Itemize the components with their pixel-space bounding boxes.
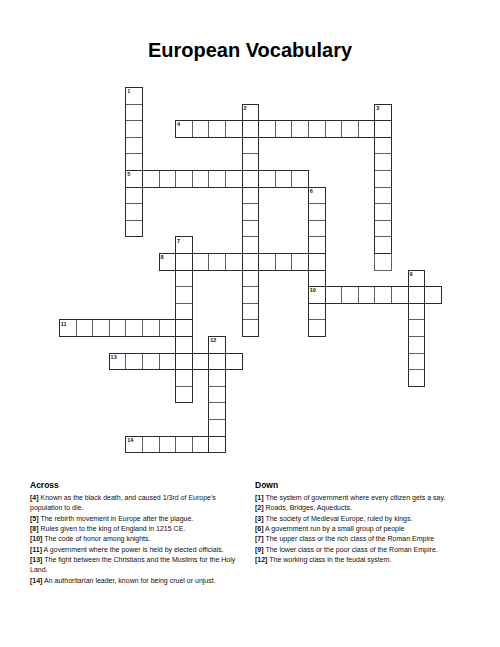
grid-cell-r21c9[interactable]	[208, 436, 226, 454]
down-clues-section: Down [1] The system of government where …	[255, 481, 475, 565]
grid-cell-r16c21[interactable]	[408, 353, 426, 371]
grid-cell-r5c5[interactable]	[142, 170, 160, 188]
grid-cell-r12c16[interactable]	[325, 286, 343, 304]
grid-cell-r12c18[interactable]	[358, 286, 376, 304]
grid-cell-r10c9[interactable]	[208, 253, 226, 271]
grid-cell-r21c8[interactable]	[192, 436, 210, 454]
grid-cell-r4c11[interactable]	[242, 153, 260, 171]
clue-number: [2]	[255, 504, 264, 511]
grid-cell-r10c11[interactable]	[242, 253, 260, 271]
grid-cell-r21c4[interactable]	[125, 436, 143, 454]
grid-cell-r4c19[interactable]	[374, 153, 392, 171]
grid-cell-r14c4[interactable]	[125, 319, 143, 337]
grid-cell-r2c11[interactable]	[242, 120, 260, 138]
clue-number: [4]	[30, 494, 39, 501]
grid-cell-r2c16[interactable]	[325, 120, 343, 138]
grid-cell-r4c4[interactable]	[125, 153, 143, 171]
clue-number: [14]	[30, 577, 42, 584]
grid-cell-r16c5[interactable]	[142, 353, 160, 371]
grid-cell-r16c4[interactable]	[125, 353, 143, 371]
clue-item-4: [4] Known as the black death, and caused…	[30, 493, 250, 514]
grid-cell-r10c12[interactable]	[258, 253, 276, 271]
grid-cell-r7c15[interactable]	[308, 203, 326, 221]
crossword-grid: 4581011131412367912	[59, 87, 442, 453]
grid-cell-r7c19[interactable]	[374, 203, 392, 221]
clue-number: [10]	[30, 535, 42, 542]
clue-number: [7]	[255, 535, 264, 542]
grid-cell-r18c7[interactable]	[175, 386, 193, 404]
grid-cell-r11c11[interactable]	[242, 270, 260, 288]
grid-cell-r10c13[interactable]	[275, 253, 293, 271]
grid-cell-r21c5[interactable]	[142, 436, 160, 454]
grid-cell-r10c6[interactable]	[159, 253, 177, 271]
grid-cell-r2c19[interactable]	[374, 120, 392, 138]
grid-cell-r8c11[interactable]	[242, 220, 260, 238]
grid-cell-r5c6[interactable]	[159, 170, 177, 188]
grid-cell-r15c9[interactable]	[208, 336, 226, 354]
grid-cell-r2c13[interactable]	[275, 120, 293, 138]
grid-cell-r5c8[interactable]	[192, 170, 210, 188]
grid-cell-r7c11[interactable]	[242, 203, 260, 221]
grid-cell-r2c8[interactable]	[192, 120, 210, 138]
grid-cell-r5c10[interactable]	[225, 170, 243, 188]
grid-cell-r16c8[interactable]	[192, 353, 210, 371]
grid-cell-r3c19[interactable]	[374, 137, 392, 155]
grid-cell-r10c15[interactable]	[308, 253, 326, 271]
clue-item-14: [14] An authoritarian leader, known for …	[30, 576, 250, 586]
grid-cell-r14c6[interactable]	[159, 319, 177, 337]
grid-cell-r3c11[interactable]	[242, 137, 260, 155]
grid-cell-r13c7[interactable]	[175, 303, 193, 321]
clue-item-1: [1] The system of government where every…	[255, 493, 475, 503]
grid-cell-r21c6[interactable]	[159, 436, 177, 454]
grid-cell-r10c14[interactable]	[291, 253, 309, 271]
grid-cell-r9c11[interactable]	[242, 236, 260, 254]
clue-item-8: [8] Rules given to the king of England i…	[30, 524, 250, 534]
grid-cell-r16c10[interactable]	[225, 353, 243, 371]
grid-cell-r10c19[interactable]	[374, 253, 392, 271]
clue-number: [11]	[30, 546, 42, 553]
clue-number: [1]	[255, 494, 264, 501]
grid-cell-r14c1[interactable]	[76, 319, 94, 337]
grid-cell-r14c7[interactable]	[175, 319, 193, 337]
clue-number: [9]	[255, 546, 264, 553]
grid-cell-r11c7[interactable]	[175, 270, 193, 288]
grid-cell-r14c15[interactable]	[308, 319, 326, 337]
grid-cell-r2c10[interactable]	[225, 120, 243, 138]
grid-cell-r8c4[interactable]	[125, 220, 143, 238]
clue-number: [12]	[255, 556, 267, 563]
grid-cell-r3c4[interactable]	[125, 137, 143, 155]
grid-cell-r10c7[interactable]	[175, 253, 193, 271]
clue-item-10: [10] The code of honor among knights.	[30, 534, 250, 544]
grid-cell-r12c11[interactable]	[242, 286, 260, 304]
grid-cell-r19c9[interactable]	[208, 402, 226, 420]
clue-number: [8]	[30, 525, 39, 532]
grid-cell-r6c15[interactable]	[308, 187, 326, 205]
grid-cell-r2c18[interactable]	[358, 120, 376, 138]
grid-cell-r5c13[interactable]	[275, 170, 293, 188]
grid-cell-r13c21[interactable]	[408, 303, 426, 321]
grid-cell-r14c5[interactable]	[142, 319, 160, 337]
grid-cell-r17c21[interactable]	[408, 369, 426, 387]
grid-cell-r5c11[interactable]	[242, 170, 260, 188]
grid-cell-r9c19[interactable]	[374, 236, 392, 254]
down-heading: Down	[255, 481, 475, 491]
grid-cell-r12c17[interactable]	[341, 286, 359, 304]
grid-cell-r7c4[interactable]	[125, 203, 143, 221]
grid-cell-r6c19[interactable]	[374, 187, 392, 205]
grid-cell-r20c9[interactable]	[208, 419, 226, 437]
clue-number: [13]	[30, 556, 42, 563]
grid-cell-r5c19[interactable]	[374, 170, 392, 188]
grid-cell-r10c10[interactable]	[225, 253, 243, 271]
grid-cell-r17c7[interactable]	[175, 369, 193, 387]
grid-cell-r2c14[interactable]	[291, 120, 309, 138]
grid-cell-r14c21[interactable]	[408, 319, 426, 337]
grid-cell-r16c6[interactable]	[159, 353, 177, 371]
grid-cell-r13c11[interactable]	[242, 303, 260, 321]
grid-cell-r11c15[interactable]	[308, 270, 326, 288]
clue-number: [6]	[255, 525, 264, 532]
clue-item-2: [2] Roads, Bridges, Aqueducts.	[255, 503, 475, 513]
grid-cell-r8c15[interactable]	[308, 220, 326, 238]
grid-cell-r12c19[interactable]	[374, 286, 392, 304]
grid-cell-r9c7[interactable]	[175, 236, 193, 254]
grid-cell-r13c15[interactable]	[308, 303, 326, 321]
grid-cell-r12c22[interactable]	[424, 286, 442, 304]
clue-item-7: [7] The upper class or the rich class of…	[255, 534, 475, 544]
across-heading: Across	[30, 481, 250, 491]
grid-cell-r5c14[interactable]	[291, 170, 309, 188]
grid-cell-r14c2[interactable]	[92, 319, 110, 337]
clue-item-12: [12] The working class in the feudal sys…	[255, 555, 475, 565]
grid-cell-r1c19[interactable]	[374, 104, 392, 122]
grid-cell-r6c4[interactable]	[125, 187, 143, 205]
grid-cell-r5c7[interactable]	[175, 170, 193, 188]
grid-cell-r16c9[interactable]	[208, 353, 226, 371]
grid-cell-r0c4[interactable]	[125, 87, 143, 105]
grid-cell-r2c12[interactable]	[258, 120, 276, 138]
grid-cell-r2c4[interactable]	[125, 120, 143, 138]
grid-cell-r12c21[interactable]	[408, 286, 426, 304]
puzzle-title: European Vocabulary	[0, 40, 500, 60]
grid-cell-r21c7[interactable]	[175, 436, 193, 454]
grid-cell-r14c0[interactable]	[59, 319, 77, 337]
grid-cell-r16c7[interactable]	[175, 353, 193, 371]
grid-cell-r16c3[interactable]	[109, 353, 127, 371]
clue-item-13: [13] The fight between the Christians an…	[30, 555, 250, 576]
grid-cell-r14c3[interactable]	[109, 319, 127, 337]
crossword-page: European Vocabulary 4581011131412367912 …	[0, 0, 500, 647]
across-clues-section: Across [4] Known as the black death, and…	[30, 481, 250, 586]
grid-cell-r14c11[interactable]	[242, 319, 260, 337]
grid-cell-r15c7[interactable]	[175, 336, 193, 354]
clue-item-9: [9] The lower class or the poor class of…	[255, 545, 475, 555]
grid-cell-r2c7[interactable]	[175, 120, 193, 138]
clue-number: [3]	[255, 515, 264, 522]
grid-cell-r12c7[interactable]	[175, 286, 193, 304]
clue-number: [5]	[30, 515, 39, 522]
across-clue-list: [4] Known as the black death, and caused…	[30, 493, 250, 586]
clue-item-6: [6] A government run by a small group of…	[255, 524, 475, 534]
down-clue-list: [1] The system of government where every…	[255, 493, 475, 565]
grid-cell-r2c17[interactable]	[341, 120, 359, 138]
grid-cell-r8c19[interactable]	[374, 220, 392, 238]
grid-cell-r11c21[interactable]	[408, 270, 426, 288]
grid-cell-r2c15[interactable]	[308, 120, 326, 138]
grid-cell-r5c4[interactable]	[125, 170, 143, 188]
grid-cell-r5c9[interactable]	[208, 170, 226, 188]
grid-cell-r6c11[interactable]	[242, 187, 260, 205]
clue-item-5: [5] The rebirth movement in Europe after…	[30, 514, 250, 524]
grid-cell-r1c11[interactable]	[242, 104, 260, 122]
grid-cell-r12c20[interactable]	[391, 286, 409, 304]
grid-cell-r9c15[interactable]	[308, 236, 326, 254]
grid-cell-r2c9[interactable]	[208, 120, 226, 138]
grid-cell-r18c9[interactable]	[208, 386, 226, 404]
grid-cell-r15c21[interactable]	[408, 336, 426, 354]
clue-item-3: [3] The society of Medieval Europe, rule…	[255, 514, 475, 524]
grid-cell-r10c8[interactable]	[192, 253, 210, 271]
grid-cell-r12c15[interactable]	[308, 286, 326, 304]
grid-cell-r1c4[interactable]	[125, 104, 143, 122]
grid-cell-r5c12[interactable]	[258, 170, 276, 188]
clue-item-11: [11] A government where the power is hel…	[30, 545, 250, 555]
grid-cell-r17c9[interactable]	[208, 369, 226, 387]
